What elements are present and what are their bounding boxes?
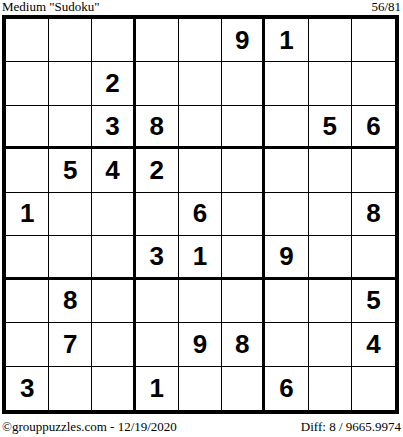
cell-r3c8: 5 <box>309 106 352 149</box>
cell-r4c3: 4 <box>92 149 135 192</box>
cell-r6c8[interactable] <box>309 236 352 279</box>
cell-r2c9[interactable] <box>352 62 395 105</box>
cell-r3c4: 8 <box>136 106 179 149</box>
cell-r3c5[interactable] <box>179 106 222 149</box>
cell-r8c3[interactable] <box>92 323 135 366</box>
cell-r5c1: 1 <box>6 193 49 236</box>
cell-r9c5[interactable] <box>179 367 222 410</box>
cell-r4c8[interactable] <box>309 149 352 192</box>
cell-r5c6[interactable] <box>222 193 265 236</box>
cell-r3c9: 6 <box>352 106 395 149</box>
cell-r5c3[interactable] <box>92 193 135 236</box>
difficulty-rating: Diff: 8 / 9665.9974 <box>301 419 401 434</box>
cell-r4c7[interactable] <box>265 149 308 192</box>
cell-r1c6: 9 <box>222 19 265 62</box>
cell-r1c4[interactable] <box>136 19 179 62</box>
cell-r9c3[interactable] <box>92 367 135 410</box>
cell-r6c4: 3 <box>136 236 179 279</box>
copyright-credit: ©grouppuzzles.com - 12/19/2020 <box>2 419 177 434</box>
cell-r5c5: 6 <box>179 193 222 236</box>
cell-r7c2: 8 <box>49 280 92 323</box>
cell-r7c4[interactable] <box>136 280 179 323</box>
cell-r2c7[interactable] <box>265 62 308 105</box>
cell-r9c1: 3 <box>6 367 49 410</box>
cell-r7c6[interactable] <box>222 280 265 323</box>
cell-r9c7: 6 <box>265 367 308 410</box>
cell-r2c8[interactable] <box>309 62 352 105</box>
cell-r8c5: 9 <box>179 323 222 366</box>
cell-r6c1[interactable] <box>6 236 49 279</box>
cell-r2c4[interactable] <box>136 62 179 105</box>
cell-r9c8[interactable] <box>309 367 352 410</box>
cell-r5c2[interactable] <box>49 193 92 236</box>
cell-r7c5[interactable] <box>179 280 222 323</box>
cell-r1c5[interactable] <box>179 19 222 62</box>
cell-r9c6[interactable] <box>222 367 265 410</box>
cell-r1c3[interactable] <box>92 19 135 62</box>
cell-r5c4[interactable] <box>136 193 179 236</box>
cell-r4c4: 2 <box>136 149 179 192</box>
cell-r9c2[interactable] <box>49 367 92 410</box>
cell-r4c2: 5 <box>49 149 92 192</box>
cell-r3c2[interactable] <box>49 106 92 149</box>
cell-r8c6: 8 <box>222 323 265 366</box>
cell-r1c2[interactable] <box>49 19 92 62</box>
cell-r1c7: 1 <box>265 19 308 62</box>
cell-r1c1[interactable] <box>6 19 49 62</box>
cell-r8c1[interactable] <box>6 323 49 366</box>
cell-r7c9: 5 <box>352 280 395 323</box>
cell-r3c1[interactable] <box>6 106 49 149</box>
cell-r8c2: 7 <box>49 323 92 366</box>
cell-r6c3[interactable] <box>92 236 135 279</box>
cell-r2c5[interactable] <box>179 62 222 105</box>
cell-r9c4: 1 <box>136 367 179 410</box>
cell-r3c3: 3 <box>92 106 135 149</box>
cell-r6c7: 9 <box>265 236 308 279</box>
cell-r4c6[interactable] <box>222 149 265 192</box>
cell-r5c7[interactable] <box>265 193 308 236</box>
empty-cell-counter: 56/81 <box>371 0 401 14</box>
cell-r7c7[interactable] <box>265 280 308 323</box>
cell-r5c8[interactable] <box>309 193 352 236</box>
cell-r2c6[interactable] <box>222 62 265 105</box>
sudoku-board: 9123856542168319857984316 <box>2 15 399 414</box>
cell-r4c5[interactable] <box>179 149 222 192</box>
cell-r7c3[interactable] <box>92 280 135 323</box>
cell-r6c6[interactable] <box>222 236 265 279</box>
cell-r7c1[interactable] <box>6 280 49 323</box>
cell-r2c3: 2 <box>92 62 135 105</box>
puzzle-title: Medium "Sudoku" <box>2 0 100 14</box>
cell-r8c4[interactable] <box>136 323 179 366</box>
cell-r8c9: 4 <box>352 323 395 366</box>
cell-r3c7[interactable] <box>265 106 308 149</box>
cell-r6c9[interactable] <box>352 236 395 279</box>
cell-r3c6[interactable] <box>222 106 265 149</box>
cell-r6c2[interactable] <box>49 236 92 279</box>
cell-r5c9: 8 <box>352 193 395 236</box>
cell-r9c9[interactable] <box>352 367 395 410</box>
cell-r2c1[interactable] <box>6 62 49 105</box>
cell-r4c1[interactable] <box>6 149 49 192</box>
cell-r4c9[interactable] <box>352 149 395 192</box>
cell-r8c8[interactable] <box>309 323 352 366</box>
cell-r8c7[interactable] <box>265 323 308 366</box>
cell-r2c2[interactable] <box>49 62 92 105</box>
cell-r1c8[interactable] <box>309 19 352 62</box>
cell-r6c5: 1 <box>179 236 222 279</box>
cell-r1c9[interactable] <box>352 19 395 62</box>
cell-r7c8[interactable] <box>309 280 352 323</box>
